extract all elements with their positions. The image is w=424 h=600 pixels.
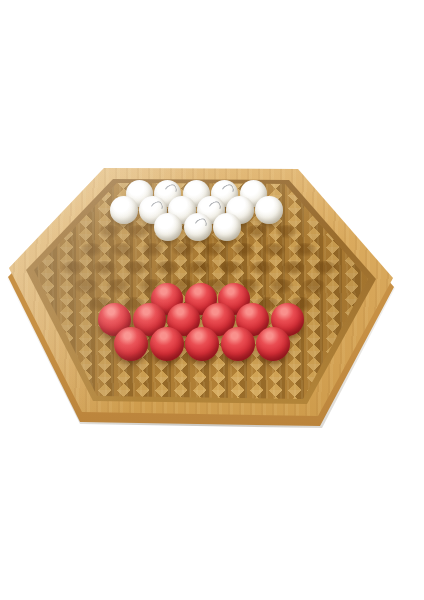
board-hole[interactable] (61, 261, 86, 275)
red-marble[interactable] (114, 327, 148, 361)
board-hole[interactable] (301, 279, 326, 294)
board-hole[interactable] (155, 261, 180, 275)
red-marble[interactable] (185, 327, 219, 361)
board-hole[interactable] (250, 261, 275, 275)
photo-background (0, 0, 424, 600)
board-hole[interactable] (268, 279, 293, 294)
red-marble[interactable] (150, 327, 184, 361)
board-hole[interactable] (293, 243, 317, 257)
board-hole[interactable] (106, 279, 131, 294)
red-marble[interactable] (256, 327, 290, 361)
white-marble[interactable] (154, 213, 182, 241)
board-hole[interactable] (124, 261, 149, 275)
red-marble[interactable] (221, 327, 255, 361)
white-marble[interactable] (184, 213, 212, 241)
board-hole[interactable] (98, 225, 121, 238)
board-hole[interactable] (218, 261, 243, 275)
board-hole[interactable] (275, 225, 298, 238)
white-marble[interactable] (110, 196, 138, 224)
white-marble[interactable] (213, 213, 241, 241)
board-hole[interactable] (127, 225, 150, 238)
white-marble[interactable] (255, 196, 283, 224)
board-hole[interactable] (110, 243, 134, 257)
board-hole[interactable] (232, 243, 256, 257)
board-hole[interactable] (187, 261, 212, 275)
board-hole[interactable] (281, 261, 306, 275)
board-hole[interactable] (171, 243, 195, 257)
board-hole[interactable] (73, 279, 98, 294)
board-hole[interactable] (92, 261, 117, 275)
board-hole[interactable] (245, 225, 268, 238)
board-hole[interactable] (313, 261, 338, 275)
